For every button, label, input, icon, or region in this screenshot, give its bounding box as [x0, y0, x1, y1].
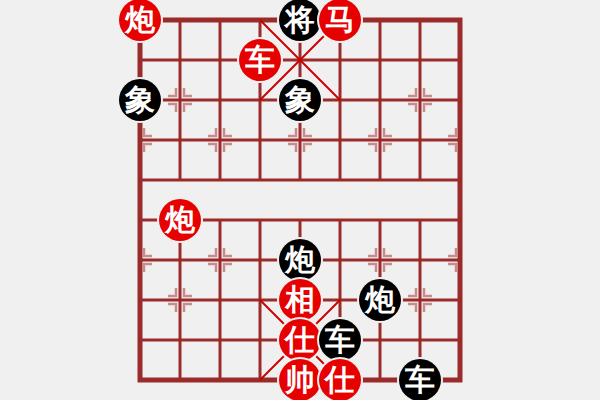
piece-black-cannon[interactable]: 炮 — [359, 279, 401, 321]
piece-red-cannon[interactable]: 炮 — [119, 0, 161, 41]
piece-red-advisor[interactable]: 仕 — [319, 359, 361, 400]
piece-red-elephant[interactable]: 相 — [279, 279, 321, 321]
piece-black-elephant[interactable]: 象 — [279, 79, 321, 121]
piece-black-chariot[interactable]: 车 — [399, 359, 441, 400]
piece-red-cannon[interactable]: 炮 — [159, 199, 201, 241]
xiangqi-pieces-layer: 炮将马车象象炮炮相炮仕车帅仕车 — [0, 0, 600, 400]
piece-black-general[interactable]: 将 — [279, 0, 321, 41]
piece-black-elephant[interactable]: 象 — [119, 79, 161, 121]
piece-red-horse[interactable]: 马 — [319, 0, 361, 41]
piece-red-advisor[interactable]: 仕 — [279, 319, 321, 361]
piece-red-chariot[interactable]: 车 — [239, 39, 281, 81]
piece-black-chariot[interactable]: 车 — [319, 319, 361, 361]
piece-red-general[interactable]: 帅 — [279, 359, 321, 400]
piece-black-cannon[interactable]: 炮 — [279, 239, 321, 281]
xiangqi-screenshot: 炮将马车象象炮炮相炮仕车帅仕车 — [0, 0, 600, 400]
